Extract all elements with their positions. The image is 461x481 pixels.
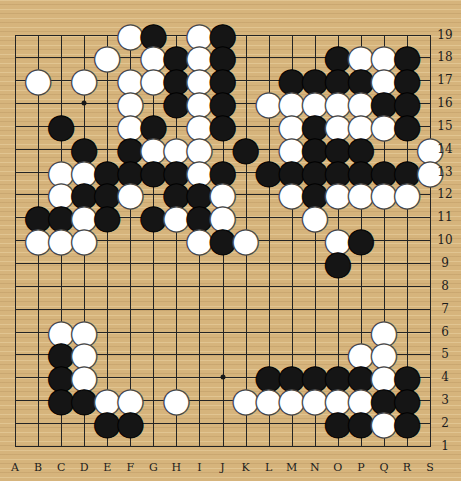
- row-label-17: 17: [437, 73, 452, 87]
- row-label-7: 7: [441, 302, 449, 316]
- row-label-14: 14: [437, 142, 452, 156]
- col-label-F: F: [126, 461, 134, 474]
- col-label-C: C: [57, 461, 65, 474]
- row-label-16: 16: [437, 96, 452, 110]
- col-label-R: R: [403, 461, 411, 474]
- row-label-6: 6: [441, 325, 449, 339]
- grid-line-vertical: [430, 35, 431, 447]
- stone-white-H3[interactable]: ●: [164, 387, 189, 412]
- stone-black-F2[interactable]: ●: [118, 409, 143, 434]
- col-label-P: P: [357, 461, 364, 474]
- col-label-E: E: [103, 461, 111, 474]
- star-point-J4: [220, 375, 225, 380]
- col-label-O: O: [333, 461, 342, 474]
- row-label-12: 12: [437, 187, 452, 201]
- stone-black-R2[interactable]: ●: [395, 409, 420, 434]
- row-label-1: 1: [441, 439, 449, 453]
- row-label-3: 3: [441, 393, 449, 407]
- col-label-S: S: [426, 461, 434, 474]
- stone-white-D17[interactable]: ●: [72, 67, 97, 92]
- col-label-G: G: [149, 461, 158, 474]
- col-label-L: L: [265, 461, 272, 474]
- grid-line-horizontal: [15, 286, 431, 287]
- row-label-4: 4: [441, 370, 449, 384]
- col-label-A: A: [11, 461, 19, 474]
- grid-line-horizontal: [15, 263, 431, 264]
- col-label-N: N: [310, 461, 320, 474]
- stone-white-R12[interactable]: ●: [395, 181, 420, 206]
- stone-black-O9[interactable]: ●: [325, 250, 350, 275]
- row-label-11: 11: [437, 210, 452, 224]
- col-label-Q: Q: [379, 461, 388, 474]
- col-label-I: I: [197, 461, 201, 474]
- stone-white-K10[interactable]: ●: [233, 227, 258, 252]
- row-label-9: 9: [441, 256, 449, 270]
- col-label-H: H: [172, 461, 182, 474]
- stone-white-D10[interactable]: ●: [72, 227, 97, 252]
- col-label-J: J: [220, 461, 224, 474]
- row-label-10: 10: [437, 233, 452, 247]
- go-board-app: ●●●●●●●●●●●●●●●●●●●●●●●●●●●●●●●●●●●●●●●●…: [0, 0, 461, 481]
- row-label-19: 19: [437, 28, 452, 42]
- row-label-15: 15: [437, 119, 452, 133]
- row-label-8: 8: [441, 279, 449, 293]
- grid-line-horizontal: [15, 309, 431, 310]
- col-label-M: M: [286, 461, 297, 474]
- stone-white-B17[interactable]: ●: [26, 67, 51, 92]
- col-label-K: K: [241, 461, 249, 474]
- col-label-B: B: [34, 461, 42, 474]
- star-point-D16: [82, 101, 87, 106]
- grid-line-horizontal: [15, 446, 431, 447]
- row-label-5: 5: [441, 347, 449, 361]
- row-label-2: 2: [441, 416, 449, 430]
- row-label-13: 13: [437, 165, 452, 179]
- row-label-18: 18: [437, 50, 452, 64]
- col-label-D: D: [80, 461, 89, 474]
